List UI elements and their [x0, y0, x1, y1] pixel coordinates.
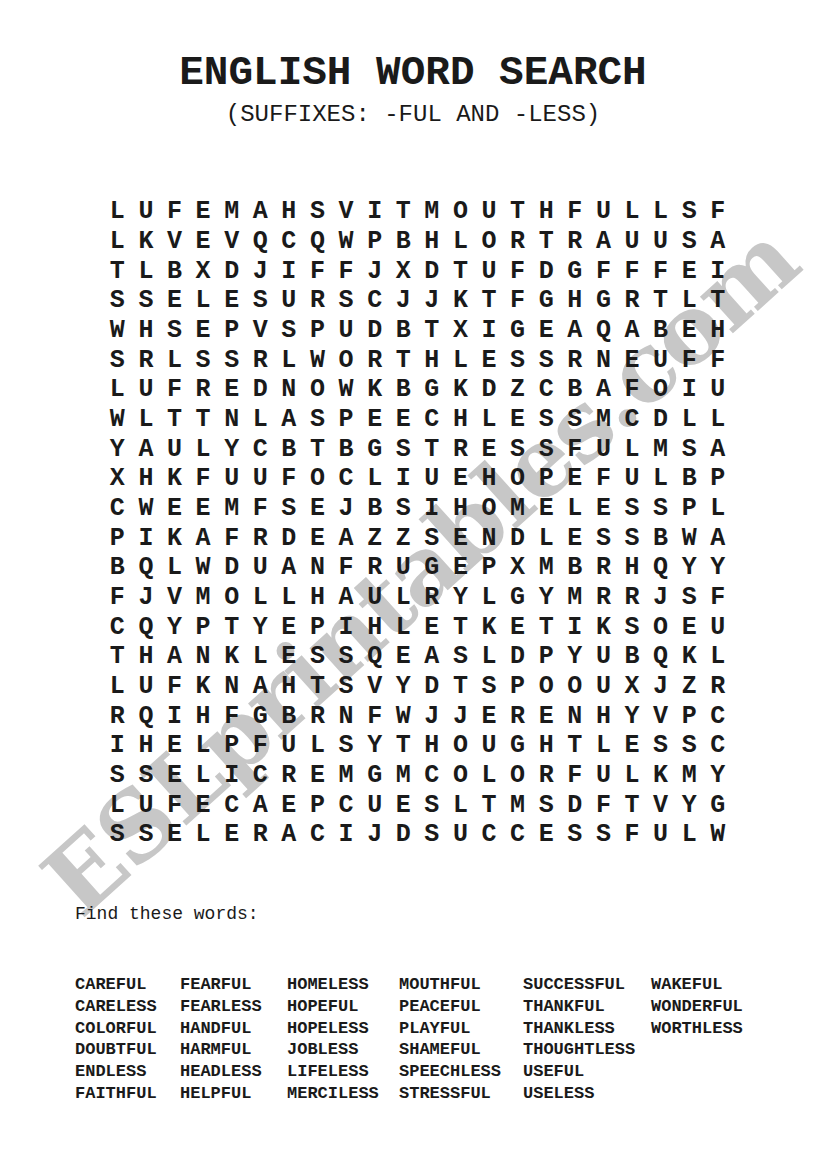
- grid-cell: W: [303, 345, 332, 375]
- grid-cell: L: [103, 197, 132, 227]
- grid-cell: N: [589, 345, 618, 375]
- grid-cell: R: [246, 820, 275, 850]
- grid-cell: B: [675, 464, 704, 494]
- grid-cell: E: [389, 405, 418, 435]
- grid-cell: Y: [446, 583, 475, 613]
- grid-cell: D: [418, 256, 447, 286]
- grid-cell: G: [532, 286, 561, 316]
- grid-cell: D: [246, 375, 275, 405]
- grid-cell: T: [189, 405, 218, 435]
- grid-cell: R: [132, 345, 161, 375]
- grid-cell: W: [332, 227, 361, 257]
- grid-cell: L: [389, 612, 418, 642]
- grid-cell: H: [360, 612, 389, 642]
- grid-cell: F: [703, 197, 732, 227]
- grid-cell: X: [103, 464, 132, 494]
- grid-cell: E: [360, 405, 389, 435]
- grid-cell: S: [103, 761, 132, 791]
- word-list-item: HOPELESS: [287, 1018, 399, 1040]
- grid-cell: F: [703, 345, 732, 375]
- grid-cell: F: [646, 256, 675, 286]
- grid-cell: E: [618, 345, 647, 375]
- grid-cell: A: [246, 197, 275, 227]
- grid-cell: U: [618, 227, 647, 257]
- grid-cell: L: [275, 583, 304, 613]
- grid-cell: H: [475, 464, 504, 494]
- grid-cell: H: [703, 316, 732, 346]
- word-list-item: STRESSFUL: [399, 1083, 523, 1105]
- word-list-item: WAKEFUL: [651, 974, 743, 996]
- grid-cell: R: [589, 583, 618, 613]
- grid-cell: F: [703, 583, 732, 613]
- grid-cell: S: [217, 345, 246, 375]
- grid-cell: W: [332, 375, 361, 405]
- grid-cell: A: [189, 523, 218, 553]
- grid-cell: G: [360, 434, 389, 464]
- grid-cell: A: [589, 227, 618, 257]
- grid-cell: H: [418, 227, 447, 257]
- grid-cell: H: [132, 464, 161, 494]
- grid-cell: S: [332, 731, 361, 761]
- grid-cell: S: [303, 405, 332, 435]
- word-list-item: THANKLESS: [523, 1018, 651, 1040]
- grid-cell: L: [275, 345, 304, 375]
- grid-cell: N: [217, 405, 246, 435]
- grid-cell: H: [275, 672, 304, 702]
- grid-cell: R: [589, 553, 618, 583]
- grid-cell: E: [189, 197, 218, 227]
- word-list-item: CARELESS: [75, 996, 180, 1018]
- grid-cell: S: [532, 405, 561, 435]
- grid-cell: A: [246, 672, 275, 702]
- grid-cell: P: [532, 464, 561, 494]
- grid-cell: N: [475, 523, 504, 553]
- grid-cell: R: [703, 672, 732, 702]
- grid-cell: T: [446, 256, 475, 286]
- grid-cell: W: [189, 553, 218, 583]
- grid-cell: H: [532, 731, 561, 761]
- grid-cell: I: [103, 731, 132, 761]
- grid-cell: X: [618, 672, 647, 702]
- grid-cell: U: [160, 434, 189, 464]
- grid-cell: L: [132, 405, 161, 435]
- grid-cell: Y: [389, 672, 418, 702]
- grid-cell: E: [389, 790, 418, 820]
- grid-cell: L: [703, 405, 732, 435]
- grid-cell: B: [646, 523, 675, 553]
- grid-cell: D: [475, 375, 504, 405]
- grid-cell: O: [646, 375, 675, 405]
- grid-cell: L: [360, 464, 389, 494]
- grid-cell: O: [303, 375, 332, 405]
- grid-cell: S: [675, 583, 704, 613]
- grid-cell: H: [418, 345, 447, 375]
- grid-cell: M: [332, 761, 361, 791]
- grid-cell: T: [475, 286, 504, 316]
- grid-cell: A: [703, 434, 732, 464]
- grid-cell: J: [132, 583, 161, 613]
- grid-cell: L: [189, 731, 218, 761]
- grid-cell: N: [332, 701, 361, 731]
- word-list-item: THOUGHTLESS: [523, 1039, 651, 1061]
- grid-cell: R: [246, 523, 275, 553]
- grid-cell: S: [532, 434, 561, 464]
- grid-cell: H: [189, 701, 218, 731]
- grid-cell: A: [275, 820, 304, 850]
- grid-cell: H: [446, 494, 475, 524]
- grid-cell: S: [103, 345, 132, 375]
- grid-cell: L: [561, 494, 590, 524]
- grid-cell: S: [332, 286, 361, 316]
- grid-cell: S: [246, 286, 275, 316]
- grid-cell: O: [446, 761, 475, 791]
- grid-cell: L: [475, 583, 504, 613]
- grid-cell: D: [561, 790, 590, 820]
- word-list-item: USELESS: [523, 1083, 651, 1105]
- grid-cell: C: [418, 405, 447, 435]
- grid-cell: O: [646, 612, 675, 642]
- grid-cell: E: [675, 316, 704, 346]
- grid-cell: Y: [532, 583, 561, 613]
- grid-cell: I: [475, 316, 504, 346]
- grid-cell: N: [561, 701, 590, 731]
- grid-cell: R: [303, 286, 332, 316]
- grid-cell: I: [418, 494, 447, 524]
- grid-cell: S: [646, 494, 675, 524]
- grid-cell: R: [618, 583, 647, 613]
- grid-cell: E: [303, 494, 332, 524]
- grid-cell: D: [217, 553, 246, 583]
- grid-cell: F: [332, 256, 361, 286]
- grid-cell: C: [532, 375, 561, 405]
- grid-cell: J: [246, 256, 275, 286]
- grid-cell: E: [503, 405, 532, 435]
- word-search-grid: LUFEMAHSVITMOUTHFULLSFLKVEVQCQWPBHLORTRA…: [103, 197, 732, 850]
- grid-cell: C: [303, 820, 332, 850]
- page-subtitle: (SUFFIXES: -FUL AND -LESS): [0, 101, 826, 128]
- word-list-item: USEFUL: [523, 1061, 651, 1083]
- grid-cell: A: [332, 523, 361, 553]
- grid-cell: V: [246, 316, 275, 346]
- grid-cell: L: [246, 405, 275, 435]
- grid-cell: S: [675, 731, 704, 761]
- grid-cell: F: [589, 790, 618, 820]
- grid-cell: R: [189, 375, 218, 405]
- grid-cell: P: [303, 612, 332, 642]
- word-list-item: WONDERFUL: [651, 996, 743, 1018]
- grid-cell: A: [132, 434, 161, 464]
- grid-cell: U: [703, 612, 732, 642]
- grid-cell: S: [160, 316, 189, 346]
- grid-cell: I: [703, 256, 732, 286]
- grid-cell: L: [189, 761, 218, 791]
- grid-cell: C: [246, 434, 275, 464]
- grid-cell: E: [189, 494, 218, 524]
- grid-cell: P: [217, 731, 246, 761]
- grid-cell: T: [446, 612, 475, 642]
- grid-cell: G: [589, 286, 618, 316]
- grid-cell: B: [275, 701, 304, 731]
- grid-cell: G: [703, 790, 732, 820]
- grid-cell: S: [275, 494, 304, 524]
- grid-cell: W: [389, 701, 418, 731]
- word-list-item: PLAYFUL: [399, 1018, 523, 1040]
- grid-cell: H: [446, 405, 475, 435]
- grid-cell: F: [618, 820, 647, 850]
- grid-cell: S: [475, 672, 504, 702]
- word-list-item: HOPEFUL: [287, 996, 399, 1018]
- grid-cell: H: [418, 731, 447, 761]
- grid-cell: D: [389, 820, 418, 850]
- grid-cell: L: [532, 523, 561, 553]
- grid-cell: Q: [646, 642, 675, 672]
- grid-cell: U: [618, 464, 647, 494]
- grid-cell: Q: [132, 701, 161, 731]
- grid-cell: U: [132, 790, 161, 820]
- grid-cell: F: [217, 523, 246, 553]
- grid-cell: P: [103, 523, 132, 553]
- grid-cell: E: [160, 494, 189, 524]
- grid-cell: I: [275, 256, 304, 286]
- grid-cell: A: [275, 553, 304, 583]
- grid-cell: F: [503, 256, 532, 286]
- grid-cell: H: [132, 731, 161, 761]
- grid-cell: E: [532, 494, 561, 524]
- grid-cell: L: [646, 197, 675, 227]
- grid-cell: J: [360, 820, 389, 850]
- grid-cell: Q: [303, 227, 332, 257]
- grid-cell: L: [446, 227, 475, 257]
- grid-cell: Q: [132, 553, 161, 583]
- grid-cell: K: [646, 761, 675, 791]
- grid-cell: E: [189, 790, 218, 820]
- grid-cell: Y: [618, 701, 647, 731]
- grid-cell: E: [532, 820, 561, 850]
- grid-cell: L: [189, 286, 218, 316]
- grid-cell: O: [303, 464, 332, 494]
- grid-cell: M: [532, 553, 561, 583]
- grid-cell: F: [160, 672, 189, 702]
- grid-cell: L: [103, 227, 132, 257]
- grid-cell: E: [217, 286, 246, 316]
- grid-cell: C: [703, 731, 732, 761]
- grid-cell: O: [503, 761, 532, 791]
- grid-cell: S: [303, 197, 332, 227]
- grid-cell: L: [618, 761, 647, 791]
- grid-cell: A: [332, 583, 361, 613]
- grid-cell: W: [703, 820, 732, 850]
- grid-cell: E: [160, 820, 189, 850]
- grid-cell: G: [418, 375, 447, 405]
- grid-cell: W: [675, 523, 704, 553]
- grid-cell: U: [703, 375, 732, 405]
- grid-cell: B: [389, 316, 418, 346]
- grid-cell: E: [532, 316, 561, 346]
- grid-cell: F: [160, 375, 189, 405]
- grid-cell: E: [189, 316, 218, 346]
- grid-cell: U: [475, 731, 504, 761]
- grid-cell: N: [189, 642, 218, 672]
- grid-cell: L: [675, 286, 704, 316]
- grid-cell: L: [189, 820, 218, 850]
- grid-cell: Z: [675, 672, 704, 702]
- grid-cell: U: [360, 583, 389, 613]
- grid-cell: T: [160, 405, 189, 435]
- grid-cell: F: [303, 256, 332, 286]
- grid-cell: N: [217, 672, 246, 702]
- grid-cell: D: [275, 523, 304, 553]
- grid-cell: H: [589, 701, 618, 731]
- word-list: CAREFULCARELESSCOLORFULDOUBTFULENDLESSFA…: [75, 974, 743, 1105]
- grid-cell: F: [503, 286, 532, 316]
- grid-cell: C: [103, 612, 132, 642]
- grid-cell: P: [303, 316, 332, 346]
- grid-cell: E: [446, 523, 475, 553]
- grid-cell: L: [703, 494, 732, 524]
- grid-cell: G: [360, 761, 389, 791]
- grid-cell: Y: [675, 553, 704, 583]
- grid-cell: V: [646, 701, 675, 731]
- grid-cell: Q: [589, 316, 618, 346]
- grid-cell: S: [561, 405, 590, 435]
- grid-cell: A: [703, 227, 732, 257]
- grid-cell: P: [189, 612, 218, 642]
- grid-cell: M: [389, 761, 418, 791]
- grid-cell: U: [589, 672, 618, 702]
- grid-cell: E: [475, 434, 504, 464]
- grid-cell: K: [217, 642, 246, 672]
- grid-cell: Y: [703, 553, 732, 583]
- grid-cell: F: [589, 256, 618, 286]
- grid-cell: V: [646, 790, 675, 820]
- grid-cell: B: [618, 642, 647, 672]
- grid-cell: F: [275, 464, 304, 494]
- grid-cell: M: [503, 494, 532, 524]
- grid-cell: U: [646, 820, 675, 850]
- grid-cell: Y: [217, 434, 246, 464]
- grid-cell: B: [646, 316, 675, 346]
- grid-cell: B: [332, 434, 361, 464]
- grid-cell: J: [332, 494, 361, 524]
- grid-cell: S: [675, 227, 704, 257]
- grid-cell: U: [275, 731, 304, 761]
- grid-cell: U: [475, 256, 504, 286]
- grid-cell: F: [618, 375, 647, 405]
- grid-cell: G: [503, 583, 532, 613]
- grid-cell: O: [475, 227, 504, 257]
- grid-cell: D: [503, 523, 532, 553]
- grid-cell: F: [561, 197, 590, 227]
- grid-cell: R: [246, 345, 275, 375]
- grid-cell: C: [703, 701, 732, 731]
- grid-cell: R: [360, 553, 389, 583]
- grid-cell: S: [503, 434, 532, 464]
- grid-cell: K: [446, 286, 475, 316]
- grid-cell: S: [303, 642, 332, 672]
- grid-cell: R: [275, 761, 304, 791]
- grid-cell: U: [475, 197, 504, 227]
- grid-cell: Q: [360, 642, 389, 672]
- grid-cell: D: [360, 316, 389, 346]
- grid-cell: T: [418, 316, 447, 346]
- grid-cell: O: [446, 197, 475, 227]
- grid-cell: L: [103, 672, 132, 702]
- word-list-item: MOUTHFUL: [399, 974, 523, 996]
- grid-cell: C: [275, 227, 304, 257]
- grid-cell: E: [275, 642, 304, 672]
- grid-cell: E: [189, 227, 218, 257]
- grid-cell: F: [217, 701, 246, 731]
- grid-cell: U: [646, 227, 675, 257]
- word-list-item: HOMELESS: [287, 974, 399, 996]
- grid-cell: T: [303, 434, 332, 464]
- grid-cell: C: [618, 405, 647, 435]
- grid-cell: L: [475, 642, 504, 672]
- grid-cell: O: [561, 672, 590, 702]
- grid-cell: F: [589, 464, 618, 494]
- grid-cell: P: [532, 642, 561, 672]
- grid-cell: Q: [246, 227, 275, 257]
- grid-cell: T: [532, 612, 561, 642]
- grid-cell: T: [217, 612, 246, 642]
- grid-cell: C: [503, 820, 532, 850]
- word-list-item: HARMFUL: [180, 1039, 287, 1061]
- grid-cell: M: [503, 790, 532, 820]
- grid-cell: S: [532, 790, 561, 820]
- word-list-item: MERCILESS: [287, 1083, 399, 1105]
- grid-cell: J: [646, 583, 675, 613]
- grid-cell: Y: [246, 612, 275, 642]
- grid-cell: T: [561, 731, 590, 761]
- grid-cell: L: [246, 583, 275, 613]
- grid-cell: R: [532, 761, 561, 791]
- grid-cell: K: [160, 523, 189, 553]
- grid-cell: J: [418, 701, 447, 731]
- grid-cell: E: [303, 761, 332, 791]
- grid-cell: I: [675, 375, 704, 405]
- grid-cell: U: [646, 345, 675, 375]
- grid-cell: I: [389, 464, 418, 494]
- grid-cell: Y: [703, 761, 732, 791]
- grid-cell: A: [275, 405, 304, 435]
- grid-cell: T: [103, 642, 132, 672]
- grid-cell: U: [217, 464, 246, 494]
- grid-cell: P: [503, 672, 532, 702]
- grid-cell: E: [618, 731, 647, 761]
- grid-cell: F: [160, 197, 189, 227]
- word-list-item: DOUBTFUL: [75, 1039, 180, 1061]
- grid-cell: M: [589, 405, 618, 435]
- grid-cell: T: [475, 790, 504, 820]
- grid-cell: T: [303, 672, 332, 702]
- grid-cell: O: [446, 731, 475, 761]
- word-list-item: HANDFUL: [180, 1018, 287, 1040]
- grid-cell: V: [160, 227, 189, 257]
- grid-cell: M: [217, 494, 246, 524]
- grid-cell: S: [389, 434, 418, 464]
- grid-cell: Y: [360, 731, 389, 761]
- grid-cell: H: [132, 642, 161, 672]
- grid-cell: K: [160, 464, 189, 494]
- grid-cell: E: [503, 612, 532, 642]
- grid-cell: S: [618, 494, 647, 524]
- grid-cell: T: [532, 227, 561, 257]
- grid-cell: M: [646, 434, 675, 464]
- grid-cell: A: [246, 790, 275, 820]
- grid-cell: L: [189, 434, 218, 464]
- grid-cell: S: [132, 286, 161, 316]
- grid-cell: P: [675, 701, 704, 731]
